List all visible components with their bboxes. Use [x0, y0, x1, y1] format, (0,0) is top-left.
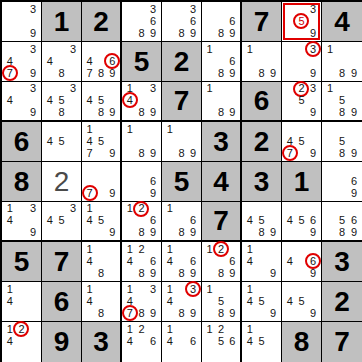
candidate-9: 9	[187, 147, 199, 159]
candidate-3	[107, 43, 118, 55]
candidate-6	[147, 95, 159, 107]
cell-r8c5[interactable]: 13489	[162, 282, 202, 322]
cell-r4c2[interactable]: 45	[42, 122, 82, 162]
pencilmark-grid: 1256	[202, 322, 240, 362]
cell-r3c3[interactable]: 4589	[82, 82, 122, 122]
candidate-5: 5	[336, 135, 348, 147]
candidate-1: 1	[244, 243, 256, 255]
cell-r7c6[interactable]: 12689	[202, 242, 242, 282]
cell-r4c3[interactable]: 14579	[82, 122, 122, 162]
candidate-4: 4	[124, 255, 136, 267]
cell-r5c1[interactable]: 8	[2, 162, 42, 202]
cell-r8c4[interactable]: 134789	[122, 282, 162, 322]
candidate-7	[4, 348, 16, 360]
candidate-4	[4, 15, 16, 27]
candidate-1: 1	[84, 283, 95, 295]
pencilmark-grid: 148	[82, 242, 120, 281]
candidate-6: 6	[348, 215, 360, 227]
candidate-4	[324, 215, 336, 227]
cell-r1c5[interactable]: 3689	[162, 2, 202, 42]
cell-r2c9[interactable]: 189	[322, 42, 362, 82]
candidate-1	[324, 163, 336, 175]
cell-r8c3[interactable]: 148	[82, 282, 122, 322]
cell-r1c6[interactable]: 689	[202, 2, 242, 42]
candidate-8	[176, 348, 188, 360]
pencilmark-grid: 1246	[122, 322, 161, 362]
pencilmark-grid: 1689	[162, 202, 201, 240]
candidate-8: 8	[136, 307, 148, 319]
candidate-9: 9	[187, 27, 199, 39]
pencilmark-grid: 124689	[122, 242, 161, 281]
cell-r3c1[interactable]: 349	[2, 82, 42, 122]
cell-value: 9	[54, 328, 70, 356]
candidate-2	[296, 3, 308, 15]
candidate-6: 6	[227, 335, 238, 347]
candidate-6	[107, 95, 118, 107]
candidate-5	[336, 175, 348, 187]
candidate-9	[187, 348, 199, 360]
candidate-3: 3	[67, 43, 79, 55]
candidate-5	[336, 55, 348, 67]
candidate-4: 4	[84, 55, 95, 67]
cell-r9c6[interactable]: 1256	[202, 322, 242, 362]
cell-r8c9[interactable]: 2	[322, 282, 362, 322]
candidate-3	[307, 203, 319, 215]
candidate-8: 8	[95, 267, 106, 279]
candidate-1	[284, 43, 296, 55]
candidate-8: 8	[136, 106, 148, 118]
cell-r8c2[interactable]: 6	[42, 282, 82, 322]
cell-r1c7[interactable]: 7	[242, 2, 282, 42]
candidate-7	[164, 348, 176, 360]
cell-r8c7[interactable]: 1459	[242, 282, 282, 322]
candidate-2	[16, 283, 28, 295]
candidate-4: 4	[244, 295, 256, 307]
candidate-4: 4	[4, 55, 16, 67]
cell-r7c1[interactable]: 5	[2, 242, 42, 282]
pencilmark-grid: 469	[282, 242, 321, 281]
candidate-9: 9	[147, 307, 159, 319]
candidate-8: 8	[136, 147, 148, 159]
cell-r3c2[interactable]: 3458	[42, 82, 82, 122]
candidate-3: 3	[27, 3, 39, 15]
candidate-3	[307, 283, 319, 295]
candidate-1	[4, 83, 16, 95]
candidate-8: 8	[215, 307, 226, 319]
candidate-1: 1	[84, 123, 95, 135]
candidate-8: 8	[215, 27, 226, 39]
cell-r4c7[interactable]: 2	[242, 122, 282, 162]
cell-r4c8[interactable]: 4579	[282, 122, 322, 162]
candidate-4: 4	[284, 255, 296, 267]
cell-r4c4[interactable]: 189	[122, 122, 162, 162]
cell-r9c8[interactable]: 8	[282, 322, 322, 362]
cell-r6c3[interactable]: 1459	[82, 202, 122, 242]
candidate-3	[307, 123, 319, 135]
cell-r6c4[interactable]: 12689	[122, 202, 162, 242]
cell-r6c8[interactable]: 4569	[282, 202, 322, 242]
candidate-9: 9	[107, 106, 118, 118]
candidate-4: 4	[244, 255, 256, 267]
cell-r7c7[interactable]: 149	[242, 242, 282, 282]
candidate-8: 8	[336, 106, 348, 118]
cell-r2c7[interactable]: 189	[242, 42, 282, 82]
candidate-7	[324, 226, 336, 238]
cell-r3c9[interactable]: 1589	[322, 82, 362, 122]
cell-r6c7[interactable]: 4589	[242, 202, 282, 242]
candidate-9: 9	[187, 226, 199, 238]
candidate-8: 8	[95, 67, 106, 79]
cell-r5c8[interactable]: 1	[282, 162, 322, 202]
candidate-6	[147, 295, 159, 307]
pencilmark-grid: 189	[242, 42, 281, 81]
candidate-9	[107, 307, 118, 319]
cell-r3c5[interactable]: 7	[162, 82, 202, 122]
cell-r3c4[interactable]: 13489	[122, 82, 162, 122]
candidate-1: 1	[244, 323, 256, 335]
candidate-7	[204, 348, 215, 360]
candidate-6	[267, 335, 279, 347]
candidate-2	[136, 283, 148, 295]
cell-r5c6[interactable]: 4	[202, 162, 242, 202]
candidate-3	[227, 83, 238, 95]
candidate-2	[95, 163, 106, 175]
cell-r3c7[interactable]: 6	[242, 82, 282, 122]
candidate-8: 8	[336, 226, 348, 238]
pencilmark-grid: 5689	[322, 202, 362, 240]
candidate-2	[176, 283, 188, 295]
cell-r2c2[interactable]: 348	[42, 42, 82, 82]
candidate-9: 9	[348, 187, 360, 199]
candidate-4: 4	[4, 335, 16, 347]
cell-r6c6[interactable]: 7	[202, 202, 242, 242]
cell-r5c5[interactable]: 5	[162, 162, 202, 202]
candidate-7	[284, 67, 296, 79]
cell-r8c8[interactable]: 459	[282, 282, 322, 322]
cell-r7c5[interactable]: 14689	[162, 242, 202, 282]
cell-r1c1[interactable]: 39	[2, 2, 42, 42]
candidate-7	[44, 67, 56, 79]
candidate-1	[4, 43, 16, 55]
candidate-5	[176, 135, 188, 147]
candidate-6: 6	[187, 215, 199, 227]
candidate-7	[284, 267, 296, 279]
candidate-5	[16, 295, 28, 307]
candidate-6: 6	[187, 15, 199, 27]
candidate-9: 9	[307, 106, 319, 118]
cell-r1c4[interactable]: 3689	[122, 2, 162, 42]
candidate-1	[44, 43, 56, 55]
candidate-2	[56, 203, 68, 215]
candidate-2	[136, 83, 148, 95]
candidate-4: 4	[44, 215, 56, 227]
candidate-5: 5	[296, 95, 308, 107]
cell-r3c8[interactable]: 2359	[282, 82, 322, 122]
pencilmark-grid: 4589	[242, 202, 281, 240]
candidate-3: 3	[27, 203, 39, 215]
candidate-3	[348, 123, 360, 135]
pencilmark-grid: 148	[82, 282, 120, 321]
candidate-7	[164, 226, 176, 238]
cell-r9c7[interactable]: 145	[242, 322, 282, 362]
candidate-2	[95, 43, 106, 55]
candidate-8	[256, 307, 268, 319]
candidate-6	[267, 255, 279, 267]
candidate-6	[348, 55, 360, 67]
candidate-6	[67, 135, 79, 147]
sudoku-board: 3912368936896897359434793484678952168918…	[0, 0, 362, 362]
cell-r9c2[interactable]: 9	[42, 322, 82, 362]
cell-r5c9[interactable]: 69	[322, 162, 362, 202]
candidate-4: 4	[84, 215, 95, 227]
candidate-4: 4	[84, 135, 95, 147]
candidate-6	[307, 15, 319, 27]
candidate-4	[204, 335, 215, 347]
candidate-5	[136, 295, 148, 307]
cell-value: 2	[334, 288, 350, 316]
candidate-9: 9	[227, 267, 238, 279]
candidate-7	[164, 307, 176, 319]
candidate-1: 1	[164, 283, 176, 295]
candidate-8: 8	[215, 106, 226, 118]
candidate-8	[95, 187, 106, 199]
candidate-3	[107, 203, 118, 215]
pencilmark-grid: 189	[162, 122, 201, 161]
cell-r2c4[interactable]: 5	[122, 42, 162, 82]
cell-r5c3[interactable]: 79	[82, 162, 122, 202]
candidate-9: 9	[267, 226, 279, 238]
cell-r1c2[interactable]: 1	[42, 2, 82, 42]
pencilmark-grid: 348	[42, 42, 81, 81]
candidate-7	[324, 147, 336, 159]
candidate-6: 6	[147, 335, 159, 347]
candidate-2	[95, 123, 106, 135]
candidate-7	[204, 67, 215, 79]
cell-r4c1[interactable]: 6	[2, 122, 42, 162]
candidate-4	[164, 15, 176, 27]
candidate-8: 8	[136, 267, 148, 279]
candidate-8: 8	[95, 307, 106, 319]
cell-r2c8[interactable]: 39	[282, 42, 322, 82]
candidate-5	[56, 55, 68, 67]
candidate-3	[147, 123, 159, 135]
candidate-4	[204, 295, 215, 307]
pencilmark-grid: 459	[282, 282, 321, 321]
pencilmark-grid: 1689	[202, 42, 240, 81]
candidate-7	[244, 267, 256, 279]
cell-r1c3[interactable]: 2	[82, 2, 122, 42]
candidate-8	[16, 307, 28, 319]
cell-value: 7	[254, 8, 270, 36]
candidate-1: 1	[204, 243, 215, 255]
candidate-7	[124, 226, 136, 238]
candidate-1	[284, 203, 296, 215]
candidate-2	[336, 203, 348, 215]
candidate-7	[44, 106, 56, 118]
cell-r8c1[interactable]: 14	[2, 282, 42, 322]
candidate-9	[67, 67, 79, 79]
candidate-7	[4, 226, 16, 238]
cell-value: 3	[93, 328, 109, 356]
pencilmark-grid: 69	[322, 162, 362, 201]
pencilmark-grid: 69	[122, 162, 161, 201]
candidate-5	[16, 335, 28, 347]
candidate-1: 1	[4, 323, 16, 335]
candidate-3	[267, 203, 279, 215]
cell-r6c5[interactable]: 1689	[162, 202, 202, 242]
candidate-8	[16, 106, 28, 118]
cell-value: 2	[254, 128, 270, 156]
candidate-9: 9	[348, 106, 360, 118]
candidate-9: 9	[348, 226, 360, 238]
cell-r7c3[interactable]: 148	[82, 242, 122, 282]
candidate-4: 4	[124, 335, 136, 347]
candidate-3	[267, 323, 279, 335]
cell-r4c9[interactable]: 589	[322, 122, 362, 162]
cell-r5c7[interactable]: 3	[242, 162, 282, 202]
cell-r7c2[interactable]: 7	[42, 242, 82, 282]
candidate-6	[267, 295, 279, 307]
candidate-9	[67, 147, 79, 159]
candidate-2	[136, 123, 148, 135]
cell-value: 7	[174, 87, 190, 115]
candidate-8: 8	[176, 226, 188, 238]
cell-r7c9[interactable]: 3	[322, 242, 362, 282]
pencilmark-grid: 189	[122, 122, 161, 161]
candidate-8	[16, 226, 28, 238]
pencilmark-grid: 349	[2, 82, 41, 120]
cell-r5c2[interactable]: 2	[42, 162, 82, 202]
cell-r6c2[interactable]: 345	[42, 202, 82, 242]
candidate-9: 9	[348, 67, 360, 79]
candidate-4: 4	[164, 255, 176, 267]
candidate-6	[267, 215, 279, 227]
candidate-1: 1	[124, 243, 136, 255]
pencilmark-grid: 589	[322, 122, 362, 161]
cell-r4c5[interactable]: 189	[162, 122, 202, 162]
candidate-6	[67, 95, 79, 107]
candidate-1	[4, 3, 16, 15]
cell-r3c6[interactable]: 189	[202, 82, 242, 122]
candidate-2	[136, 163, 148, 175]
cell-r2c5[interactable]: 2	[162, 42, 202, 82]
candidate-8: 8	[336, 67, 348, 79]
cell-value: 3	[334, 248, 350, 276]
candidate-5	[256, 255, 268, 267]
cell-r5c4[interactable]: 69	[122, 162, 162, 202]
cell-r9c1[interactable]: 124	[2, 322, 42, 362]
candidate-7	[124, 348, 136, 360]
candidate-1	[284, 123, 296, 135]
cell-value: 6	[14, 128, 30, 156]
cell-value: 3	[213, 128, 229, 156]
candidate-4: 4	[84, 95, 95, 107]
candidate-2	[215, 3, 226, 15]
candidate-6	[187, 135, 199, 147]
candidate-3: 3	[147, 283, 159, 295]
cell-r7c8[interactable]: 469	[282, 242, 322, 282]
candidate-2	[336, 163, 348, 175]
cell-r2c6[interactable]: 1689	[202, 42, 242, 82]
cell-value: 7	[334, 328, 350, 356]
candidate-6	[107, 175, 118, 187]
candidate-2	[336, 83, 348, 95]
cell-value: 6	[254, 87, 270, 115]
cell-r6c1[interactable]: 1349	[2, 202, 42, 242]
candidate-6: 6	[227, 15, 238, 27]
cell-r1c9[interactable]: 4	[322, 2, 362, 42]
cell-r9c3[interactable]: 3	[82, 322, 122, 362]
cell-r2c3[interactable]: 46789	[82, 42, 122, 82]
candidate-5	[16, 15, 28, 27]
candidate-2	[296, 203, 308, 215]
candidate-3	[107, 123, 118, 135]
cell-r1c8[interactable]: 359	[282, 2, 322, 42]
candidate-2	[176, 203, 188, 215]
candidate-3: 3	[307, 43, 319, 55]
candidate-5	[296, 255, 308, 267]
candidate-9: 9	[107, 226, 118, 238]
candidate-7: 7	[284, 147, 296, 159]
candidate-3: 3	[27, 43, 39, 55]
candidate-8	[136, 348, 148, 360]
candidate-7	[324, 106, 336, 118]
cell-r4c6[interactable]: 3	[202, 122, 242, 162]
candidate-3	[107, 163, 118, 175]
cell-r8c6[interactable]: 1589	[202, 282, 242, 322]
candidate-7	[244, 67, 256, 79]
candidate-6	[267, 55, 279, 67]
pencilmark-grid: 4589	[82, 82, 120, 120]
candidate-8	[296, 106, 308, 118]
candidate-2	[215, 283, 226, 295]
pencilmark-grid: 149	[242, 242, 281, 281]
candidate-3	[307, 243, 319, 255]
candidate-3	[147, 323, 159, 335]
cell-r9c9[interactable]: 7	[322, 322, 362, 362]
candidate-6	[227, 295, 238, 307]
candidate-9	[227, 348, 238, 360]
candidate-5: 5	[56, 215, 68, 227]
candidate-6	[27, 335, 39, 347]
pencilmark-grid: 12689	[202, 242, 240, 281]
candidate-6: 6	[187, 335, 199, 347]
candidate-8	[256, 348, 268, 360]
candidate-5	[176, 255, 188, 267]
candidate-3	[227, 283, 238, 295]
cell-r9c5[interactable]: 146	[162, 322, 202, 362]
candidate-5	[136, 255, 148, 267]
candidate-9: 9	[307, 267, 319, 279]
cell-r9c4[interactable]: 1246	[122, 322, 162, 362]
cell-r6c9[interactable]: 5689	[322, 202, 362, 242]
candidate-7	[4, 106, 16, 118]
candidate-5: 5	[296, 15, 308, 27]
candidate-6	[147, 135, 159, 147]
candidate-8: 8	[136, 27, 148, 39]
candidate-6	[307, 55, 319, 67]
cell-r7c4[interactable]: 124689	[122, 242, 162, 282]
cell-value: 5	[14, 248, 30, 276]
cell-r2c1[interactable]: 3479	[2, 42, 42, 82]
candidate-5: 5	[56, 95, 68, 107]
candidate-2	[256, 283, 268, 295]
candidate-4: 4	[44, 95, 56, 107]
candidate-7	[244, 226, 256, 238]
candidate-5	[16, 215, 28, 227]
candidate-4	[284, 95, 296, 107]
candidate-8: 8	[95, 106, 106, 118]
